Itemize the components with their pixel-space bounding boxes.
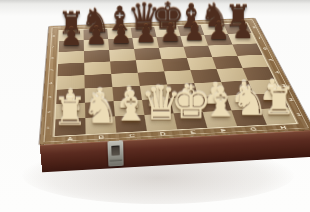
piece-white-pawn-a2: ♟: [48, 84, 93, 113]
rank-label-6-left: 6: [46, 52, 59, 64]
piece-white-pawn-e2: ♟: [165, 79, 210, 108]
piece-white-rook-a1: ♜: [47, 91, 94, 130]
piece-white-pawn-h2: ♟: [250, 75, 294, 104]
latch-slot: [111, 145, 120, 155]
file-label-b-back: B: [83, 24, 107, 30]
piece-white-knight-g1: ♞: [227, 79, 273, 120]
folding-chessboard-box: AABBCCDDEEFFGGHH1122334455667788 ♜♞♝♛♚♝♞…: [42, 40, 310, 172]
pieces-layer: ♜♞♝♛♚♝♞♜♟♟♟♟♟♟♟♟♟♟♟♟♟♟♟♟♜♞♝♛♚♝♞♜: [40, 18, 310, 145]
file-label-h-back: H: [222, 19, 247, 24]
file-label-g-back: G: [199, 19, 224, 24]
file-label-a-back: A: [60, 25, 84, 31]
product-photo-stage: AABBCCDDEEFFGGHH1122334455667788 ♜♞♝♛♚♝♞…: [0, 0, 310, 212]
piece-black-knight-g8: ♞: [197, 0, 234, 31]
piece-white-rook-h1: ♜: [256, 81, 302, 119]
file-label-d-back: D: [130, 22, 154, 27]
rank-label-8-left: 8: [48, 31, 60, 42]
piece-black-bishop-c8: ♝: [101, 2, 138, 35]
latch-pin: [109, 158, 122, 162]
piece-white-pawn-b2: ♟: [77, 83, 122, 112]
rank-label-7-left: 7: [47, 41, 59, 53]
clasp-latch-icon: [107, 140, 123, 166]
piece-white-bishop-f1: ♝: [198, 81, 244, 122]
piece-black-queen-d8: ♛: [125, 0, 162, 34]
piece-white-pawn-d2: ♟: [136, 80, 181, 109]
piece-white-king-e1: ♚: [168, 77, 214, 123]
piece-black-king-e8: ♚: [149, 0, 186, 33]
piece-white-pawn-g2: ♟: [222, 76, 266, 105]
file-label-f-back: F: [176, 20, 200, 25]
piece-black-knight-b8: ♞: [77, 3, 114, 36]
piece-white-pawn-f2: ♟: [193, 78, 237, 107]
file-label-c-back: C: [107, 23, 131, 28]
piece-white-bishop-c1: ♝: [108, 85, 155, 127]
file-label-e-back: E: [153, 21, 177, 26]
chess-set-scene: AABBCCDDEEFFGGHH1122334455667788 ♜♞♝♛♚♝♞…: [0, 0, 310, 212]
piece-white-pawn-c2: ♟: [107, 82, 152, 111]
board-surface: AABBCCDDEEFFGGHH1122334455667788 ♜♞♝♛♚♝♞…: [40, 18, 310, 145]
piece-white-queen-d1: ♛: [138, 79, 184, 125]
piece-white-knight-b1: ♞: [77, 86, 124, 128]
